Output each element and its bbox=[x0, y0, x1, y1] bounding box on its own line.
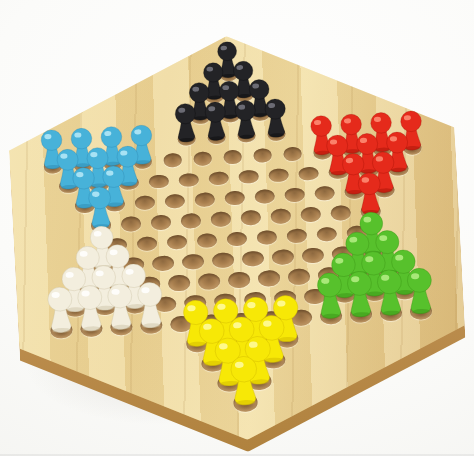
board-hole[interactable] bbox=[223, 150, 242, 164]
board-hole[interactable] bbox=[300, 207, 321, 223]
board-hole[interactable] bbox=[179, 173, 199, 188]
board-hole[interactable] bbox=[180, 213, 201, 229]
board-hole[interactable] bbox=[212, 252, 234, 268]
board-hole[interactable] bbox=[226, 231, 247, 247]
board-hole[interactable] bbox=[168, 275, 190, 292]
board-hole[interactable] bbox=[330, 205, 351, 221]
peg-white[interactable] bbox=[132, 281, 169, 333]
board-hole[interactable] bbox=[288, 269, 310, 286]
board-hole[interactable] bbox=[195, 192, 215, 207]
board-hole[interactable] bbox=[270, 208, 291, 224]
board-hole[interactable] bbox=[272, 249, 294, 265]
board-hole[interactable] bbox=[255, 189, 275, 204]
board-hole[interactable] bbox=[299, 166, 319, 181]
board-tilt-wrapper bbox=[0, 0, 474, 456]
peg-black[interactable] bbox=[200, 100, 231, 144]
board-hole[interactable] bbox=[165, 194, 185, 209]
board-hole[interactable] bbox=[135, 195, 155, 210]
board-hole[interactable] bbox=[210, 212, 231, 228]
peg-black[interactable] bbox=[170, 102, 201, 146]
board-cells bbox=[0, 0, 474, 456]
board-hole[interactable] bbox=[121, 216, 142, 232]
board-hole[interactable] bbox=[242, 251, 264, 267]
board-hole[interactable] bbox=[151, 215, 172, 231]
board-hole[interactable] bbox=[228, 272, 250, 289]
board-hole[interactable] bbox=[269, 168, 289, 183]
board-hole[interactable] bbox=[314, 186, 334, 201]
board-hole[interactable] bbox=[209, 171, 229, 186]
board-hole[interactable] bbox=[136, 236, 157, 252]
board-hole[interactable] bbox=[302, 247, 324, 263]
board-hole[interactable] bbox=[256, 229, 277, 245]
board-hole[interactable] bbox=[193, 151, 212, 165]
board-hole[interactable] bbox=[240, 210, 261, 226]
board-photo-scene bbox=[0, 0, 474, 456]
board-hole[interactable] bbox=[258, 270, 280, 287]
board-hole[interactable] bbox=[316, 226, 337, 242]
board-hole[interactable] bbox=[198, 273, 220, 290]
board-hole[interactable] bbox=[182, 254, 204, 270]
board-hole[interactable] bbox=[152, 255, 174, 271]
board-hole[interactable] bbox=[149, 174, 169, 189]
board-hole[interactable] bbox=[283, 147, 302, 161]
peg-black[interactable] bbox=[260, 97, 291, 141]
board-hole[interactable] bbox=[196, 233, 217, 249]
board-hole[interactable] bbox=[253, 148, 272, 162]
peg-black[interactable] bbox=[230, 99, 261, 143]
board-hole[interactable] bbox=[166, 234, 187, 250]
board-hole[interactable] bbox=[225, 190, 245, 205]
board-hole[interactable] bbox=[285, 187, 305, 202]
board-hole[interactable] bbox=[239, 169, 259, 184]
board-hole[interactable] bbox=[163, 153, 182, 167]
peg-green[interactable] bbox=[402, 267, 439, 319]
peg-yellow[interactable] bbox=[225, 355, 264, 411]
board-hole[interactable] bbox=[286, 228, 307, 244]
